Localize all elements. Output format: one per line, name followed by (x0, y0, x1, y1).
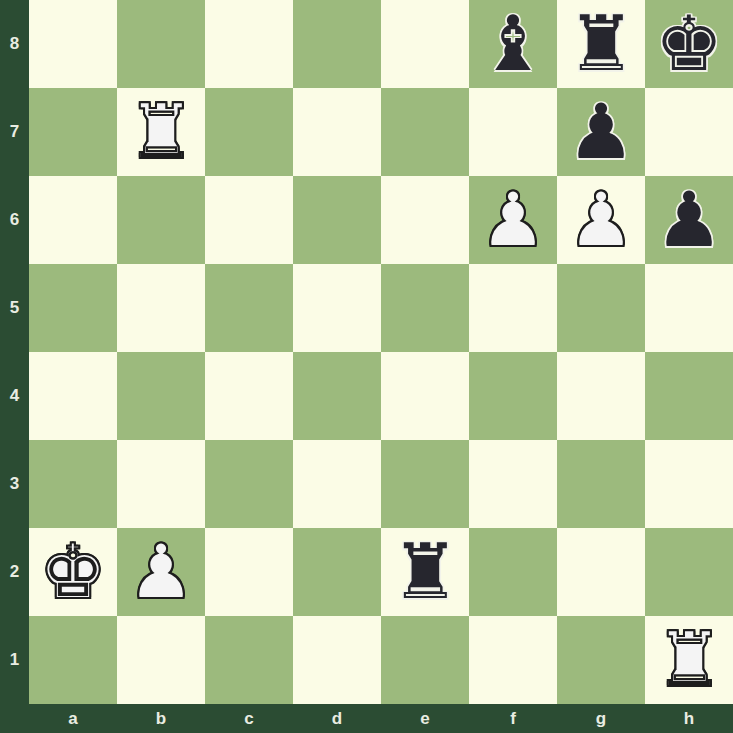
square-e2[interactable]: ♜ (381, 528, 469, 616)
black-pawn-g7: ♟ (567, 88, 635, 176)
square-b7[interactable]: ♜ (117, 88, 205, 176)
square-h1[interactable]: ♜ (645, 616, 733, 704)
square-e4[interactable] (381, 352, 469, 440)
square-b6[interactable] (117, 176, 205, 264)
square-a4[interactable] (29, 352, 117, 440)
square-g8[interactable]: ♜ (557, 0, 645, 88)
square-e7[interactable] (381, 88, 469, 176)
black-bishop-f8: ♝ (479, 0, 547, 88)
square-f7[interactable] (469, 88, 557, 176)
rank-label-1: 1 (0, 616, 29, 704)
black-rook-g8: ♜ (567, 0, 635, 88)
rank-label-8: 8 (0, 0, 29, 88)
square-c1[interactable] (205, 616, 293, 704)
file-label-g: g (557, 709, 645, 729)
square-h5[interactable] (645, 264, 733, 352)
white-pawn-g6: ♟ (567, 176, 635, 264)
white-pawn-b2: ♟ (127, 528, 195, 616)
square-f3[interactable] (469, 440, 557, 528)
square-f6[interactable]: ♟ (469, 176, 557, 264)
square-e6[interactable] (381, 176, 469, 264)
square-a2[interactable]: ♚ (29, 528, 117, 616)
square-f2[interactable] (469, 528, 557, 616)
file-label-d: d (293, 709, 381, 729)
file-label-b: b (117, 709, 205, 729)
square-e5[interactable] (381, 264, 469, 352)
square-c4[interactable] (205, 352, 293, 440)
file-coordinates: abcdefgh (29, 704, 733, 733)
square-b5[interactable] (117, 264, 205, 352)
white-pawn-f6: ♟ (479, 176, 547, 264)
white-rook-h1: ♜ (655, 616, 723, 704)
board-border-corner (0, 704, 29, 733)
square-f5[interactable] (469, 264, 557, 352)
square-f8[interactable]: ♝ (469, 0, 557, 88)
rank-label-3: 3 (0, 440, 29, 528)
rank-label-2: 2 (0, 528, 29, 616)
file-label-h: h (645, 709, 733, 729)
rank-label-5: 5 (0, 264, 29, 352)
square-d1[interactable] (293, 616, 381, 704)
white-king-a2: ♚ (39, 528, 107, 616)
square-c2[interactable] (205, 528, 293, 616)
rank-label-4: 4 (0, 352, 29, 440)
black-king-h8: ♚ (655, 0, 723, 88)
square-a6[interactable] (29, 176, 117, 264)
square-b1[interactable] (117, 616, 205, 704)
square-a8[interactable] (29, 0, 117, 88)
square-b2[interactable]: ♟ (117, 528, 205, 616)
square-c5[interactable] (205, 264, 293, 352)
square-g6[interactable]: ♟ (557, 176, 645, 264)
square-g5[interactable] (557, 264, 645, 352)
file-label-e: e (381, 709, 469, 729)
square-d6[interactable] (293, 176, 381, 264)
square-d8[interactable] (293, 0, 381, 88)
square-d3[interactable] (293, 440, 381, 528)
square-a1[interactable] (29, 616, 117, 704)
square-d2[interactable] (293, 528, 381, 616)
square-e1[interactable] (381, 616, 469, 704)
square-g2[interactable] (557, 528, 645, 616)
square-h7[interactable] (645, 88, 733, 176)
square-c3[interactable] (205, 440, 293, 528)
square-a5[interactable] (29, 264, 117, 352)
square-g3[interactable] (557, 440, 645, 528)
square-b3[interactable] (117, 440, 205, 528)
file-label-f: f (469, 709, 557, 729)
rank-label-7: 7 (0, 88, 29, 176)
square-f4[interactable] (469, 352, 557, 440)
rank-label-6: 6 (0, 176, 29, 264)
chess-board: ♝♜♚♜♟♟♟♟♚♟♜♜ (29, 0, 733, 704)
square-b4[interactable] (117, 352, 205, 440)
square-c8[interactable] (205, 0, 293, 88)
white-rook-b7: ♜ (127, 88, 195, 176)
square-h8[interactable]: ♚ (645, 0, 733, 88)
square-a3[interactable] (29, 440, 117, 528)
square-h6[interactable]: ♟ (645, 176, 733, 264)
square-b8[interactable] (117, 0, 205, 88)
square-f1[interactable] (469, 616, 557, 704)
file-label-c: c (205, 709, 293, 729)
square-g7[interactable]: ♟ (557, 88, 645, 176)
square-d5[interactable] (293, 264, 381, 352)
square-c6[interactable] (205, 176, 293, 264)
black-pawn-h6: ♟ (655, 176, 723, 264)
square-e3[interactable] (381, 440, 469, 528)
black-rook-e2: ♜ (391, 528, 459, 616)
square-h2[interactable] (645, 528, 733, 616)
square-h3[interactable] (645, 440, 733, 528)
square-g4[interactable] (557, 352, 645, 440)
square-h4[interactable] (645, 352, 733, 440)
square-d4[interactable] (293, 352, 381, 440)
rank-coordinates: 87654321 (0, 0, 29, 704)
square-e8[interactable] (381, 0, 469, 88)
chessboard-frame: 87654321 ♝♜♚♜♟♟♟♟♚♟♜♜ abcdefgh (0, 0, 733, 733)
square-a7[interactable] (29, 88, 117, 176)
square-c7[interactable] (205, 88, 293, 176)
square-g1[interactable] (557, 616, 645, 704)
square-d7[interactable] (293, 88, 381, 176)
file-label-a: a (29, 709, 117, 729)
